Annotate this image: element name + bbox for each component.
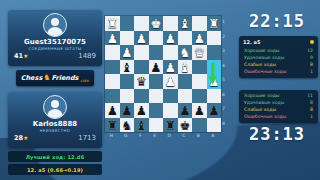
stat-label: Ошибочные ходы xyxy=(244,69,286,74)
stat-label: Удачливые ходы xyxy=(244,55,284,60)
white-queen[interactable]: ♛ xyxy=(192,45,207,60)
stat-row-weak: Слабые ходы8 xyxy=(243,106,314,113)
white-rook[interactable]: ♜ xyxy=(207,16,222,31)
square-e8[interactable] xyxy=(149,118,164,133)
square-g4[interactable]: ♝ xyxy=(120,60,135,75)
file-labels: HGFEDCBA xyxy=(104,132,220,139)
stat-row-luck: Удачливые ходы9 xyxy=(243,54,314,61)
square-h7[interactable]: ♟ xyxy=(105,103,120,118)
white-pawn[interactable]: ♟ xyxy=(120,45,135,60)
player-rating-top: 1489 xyxy=(78,52,96,60)
square-a5[interactable]: ♟ xyxy=(207,74,222,89)
file-label-e: E xyxy=(148,132,163,139)
square-e3[interactable] xyxy=(149,45,164,60)
square-a6[interactable] xyxy=(207,89,222,104)
square-h2[interactable]: ♟ xyxy=(105,31,120,46)
square-e6[interactable] xyxy=(149,89,164,104)
square-h4[interactable] xyxy=(105,60,120,75)
white-pawn[interactable]: ♟ xyxy=(105,31,120,46)
current-move-label: 12. a5 xyxy=(243,39,260,45)
played-move-box[interactable]: 12. a5 (0.66→0.19) xyxy=(8,164,102,175)
player-stars-top: 41★ xyxy=(14,52,28,60)
black-pawn[interactable]: ♟ xyxy=(105,103,120,118)
square-d4[interactable]: ♟ xyxy=(163,60,178,75)
analysis-panel-bottom[interactable]: Хорошие ходы11Удачливые ходы8Слабые ходы… xyxy=(239,90,318,123)
square-h1[interactable]: ♜ xyxy=(105,16,120,31)
played-move-text: 12. a5 (0.66→0.19) xyxy=(27,167,83,173)
avatar-body-shape xyxy=(47,27,63,37)
avatar-head-shape xyxy=(51,18,59,26)
square-e5[interactable] xyxy=(149,74,164,89)
square-c1[interactable]: ♝ xyxy=(178,16,193,31)
square-a1[interactable]: ♜ xyxy=(207,16,222,31)
square-b2[interactable]: ♟ xyxy=(192,31,207,46)
stat-label: Хорошие ходы xyxy=(244,93,280,98)
square-a4[interactable] xyxy=(207,60,222,75)
square-e4[interactable]: ♟ xyxy=(149,60,164,75)
rank-label-8: 8 xyxy=(222,117,225,132)
player-rating-bottom: 1713 xyxy=(78,134,96,142)
black-pawn[interactable]: ♟ xyxy=(178,103,193,118)
logo-suffix: .com xyxy=(79,78,89,83)
white-pawn[interactable]: ♟ xyxy=(163,60,178,75)
stat-row-luck: Удачливые ходы8 xyxy=(243,99,314,106)
square-d8[interactable]: ♜ xyxy=(163,118,178,133)
square-b5[interactable] xyxy=(192,74,207,89)
square-g1[interactable] xyxy=(120,16,135,31)
black-rook[interactable]: ♜ xyxy=(105,118,120,133)
black-king[interactable]: ♚ xyxy=(178,118,193,133)
player-card-top: Guest35170075 СОЕДИНЕННЫЕ ШТАТЫ 41★ 1489 xyxy=(8,10,102,66)
white-knight[interactable]: ♞ xyxy=(178,45,193,60)
player-name-top: Guest35170075 xyxy=(8,38,102,46)
file-label-c: C xyxy=(177,132,192,139)
square-c8[interactable]: ♚ xyxy=(178,118,193,133)
stat-label: Удачливые ходы xyxy=(244,100,284,105)
rank-label-5: 5 xyxy=(222,73,225,88)
square-a3[interactable] xyxy=(207,45,222,60)
black-bishop[interactable]: ♝ xyxy=(134,118,149,133)
game-screen: Guest35170075 СОЕДИНЕННЫЕ ШТАТЫ 41★ 1489… xyxy=(0,0,320,180)
square-e2[interactable] xyxy=(149,31,164,46)
stat-row-bad: Ошибочные ходы1 xyxy=(243,113,314,120)
white-king[interactable]: ♚ xyxy=(149,16,164,31)
square-c7[interactable]: ♟ xyxy=(178,103,193,118)
black-bishop[interactable]: ♝ xyxy=(120,60,135,75)
stat-value: 9 xyxy=(310,55,313,60)
stat-value: 8 xyxy=(310,62,313,67)
rank-labels: 12345678 xyxy=(222,15,225,131)
square-g2[interactable] xyxy=(120,31,135,46)
rank-label-3: 3 xyxy=(222,44,225,59)
avatar xyxy=(43,13,67,37)
stat-value: 1 xyxy=(310,114,313,119)
square-b4[interactable] xyxy=(192,60,207,75)
square-a2[interactable] xyxy=(207,31,222,46)
stat-row-good: Хорошие ходы11 xyxy=(243,92,314,99)
black-pawn[interactable]: ♟ xyxy=(207,103,222,118)
square-g6[interactable] xyxy=(120,89,135,104)
square-b8[interactable] xyxy=(192,118,207,133)
square-f8[interactable]: ♝ xyxy=(134,118,149,133)
chessfriends-logo[interactable]: Chess ♞ Friends .com xyxy=(16,70,94,86)
black-pawn[interactable]: ♟ xyxy=(192,103,207,118)
star-icon: ★ xyxy=(23,134,28,141)
square-b6[interactable] xyxy=(192,89,207,104)
square-d6[interactable] xyxy=(163,89,178,104)
square-e1[interactable]: ♚ xyxy=(149,16,164,31)
square-c2[interactable] xyxy=(178,31,193,46)
avatar-body-shape xyxy=(47,109,63,119)
stat-value: 11 xyxy=(307,93,313,98)
white-bishop[interactable]: ♝ xyxy=(178,16,193,31)
square-c6[interactable] xyxy=(178,89,193,104)
clock-top: 22:15 xyxy=(236,11,318,31)
file-label-f: F xyxy=(133,132,148,139)
black-pawn[interactable]: ♟ xyxy=(134,103,149,118)
rank-label-7: 7 xyxy=(222,102,225,117)
black-rook[interactable]: ♜ xyxy=(163,118,178,133)
best-move-box: Лучший ход: 12.d6 xyxy=(8,151,102,162)
square-a8[interactable] xyxy=(207,118,222,133)
square-f2[interactable]: ♟ xyxy=(134,31,149,46)
rank-label-4: 4 xyxy=(222,59,225,74)
square-d3[interactable] xyxy=(163,45,178,60)
knight-logo-icon: ♞ xyxy=(43,74,50,82)
square-h3[interactable] xyxy=(105,45,120,60)
square-g5[interactable] xyxy=(120,74,135,89)
player-card-bottom: Karlos8888 НЕИЗВЕСТНО 28★ 1713 xyxy=(8,92,102,148)
square-f4[interactable] xyxy=(134,60,149,75)
black-knight[interactable]: ♞ xyxy=(120,118,135,133)
chess-board[interactable]: ♜♚♝♜♟♟♟♟♟♞♛♝♟♟♝♛♟♟♟♟♟♟♟♟♜♞♝♜♚ xyxy=(104,15,222,133)
white-pawn[interactable]: ♟ xyxy=(207,74,222,89)
square-g7[interactable]: ♟ xyxy=(120,103,135,118)
logo-text-1: Chess xyxy=(21,74,43,82)
file-label-a: A xyxy=(206,132,221,139)
square-h5[interactable] xyxy=(105,74,120,89)
square-f1[interactable] xyxy=(134,16,149,31)
black-pawn[interactable]: ♟ xyxy=(120,103,135,118)
clock-bottom: 23:13 xyxy=(236,124,318,144)
square-h6[interactable] xyxy=(105,89,120,104)
stat-value: 8 xyxy=(310,100,313,105)
file-label-h: H xyxy=(104,132,119,139)
avatar xyxy=(43,95,67,119)
square-b3[interactable]: ♛ xyxy=(192,45,207,60)
white-pawn[interactable]: ♟ xyxy=(192,31,207,46)
rank-label-6: 6 xyxy=(222,88,225,103)
stat-label: Слабые ходы xyxy=(244,62,276,67)
white-pawn[interactable]: ♟ xyxy=(163,31,178,46)
square-g3[interactable]: ♟ xyxy=(120,45,135,60)
white-rook[interactable]: ♜ xyxy=(105,16,120,31)
square-f6[interactable] xyxy=(134,89,149,104)
square-c5[interactable] xyxy=(178,74,193,89)
stat-row-good: Хорошие ходы12 xyxy=(243,47,314,54)
move-quality-dot-icon xyxy=(310,40,314,44)
file-label-d: D xyxy=(162,132,177,139)
stat-label: Слабые ходы xyxy=(244,107,276,112)
avatar-head-shape xyxy=(51,100,59,108)
file-label-g: G xyxy=(119,132,134,139)
black-queen[interactable]: ♛ xyxy=(134,74,149,89)
square-d2[interactable]: ♟ xyxy=(163,31,178,46)
star-icon: ★ xyxy=(23,52,28,59)
stat-value: 1 xyxy=(310,69,313,74)
stat-row-weak: Слабые ходы8 xyxy=(243,61,314,68)
stat-value: 8 xyxy=(310,107,313,112)
stat-value: 12 xyxy=(307,48,313,53)
square-e7[interactable] xyxy=(149,103,164,118)
analysis-panel-top[interactable]: 12. a5 Хорошие ходы12Удачливые ходы9Слаб… xyxy=(239,36,318,78)
square-d1[interactable] xyxy=(163,16,178,31)
stat-row-bad: Ошибочные ходы1 xyxy=(243,68,314,75)
rank-label-1: 1 xyxy=(222,15,225,30)
square-f7[interactable]: ♟ xyxy=(134,103,149,118)
square-h8[interactable]: ♜ xyxy=(105,118,120,133)
white-pawn[interactable]: ♟ xyxy=(134,31,149,46)
square-c4[interactable]: ♝ xyxy=(178,60,193,75)
square-f5[interactable]: ♛ xyxy=(134,74,149,89)
square-b1[interactable] xyxy=(192,16,207,31)
square-d7[interactable] xyxy=(163,103,178,118)
black-pawn[interactable]: ♟ xyxy=(149,60,164,75)
white-pawn[interactable]: ♟ xyxy=(163,74,178,89)
logo-text-2: Friends xyxy=(51,74,78,82)
file-label-b: B xyxy=(191,132,206,139)
player-stars-bottom: 28★ xyxy=(14,134,28,142)
stat-label: Хорошие ходы xyxy=(244,48,280,53)
square-d5[interactable]: ♟ xyxy=(163,74,178,89)
square-f3[interactable] xyxy=(134,45,149,60)
square-b7[interactable]: ♟ xyxy=(192,103,207,118)
white-bishop[interactable]: ♝ xyxy=(178,60,193,75)
square-a7[interactable]: ♟ xyxy=(207,103,222,118)
rank-label-2: 2 xyxy=(222,30,225,45)
best-move-text: Лучший ход: 12.d6 xyxy=(26,154,85,160)
square-c3[interactable]: ♞ xyxy=(178,45,193,60)
stat-label: Ошибочные ходы xyxy=(244,114,286,119)
player-name-bottom: Karlos8888 xyxy=(8,120,102,128)
square-g8[interactable]: ♞ xyxy=(120,118,135,133)
